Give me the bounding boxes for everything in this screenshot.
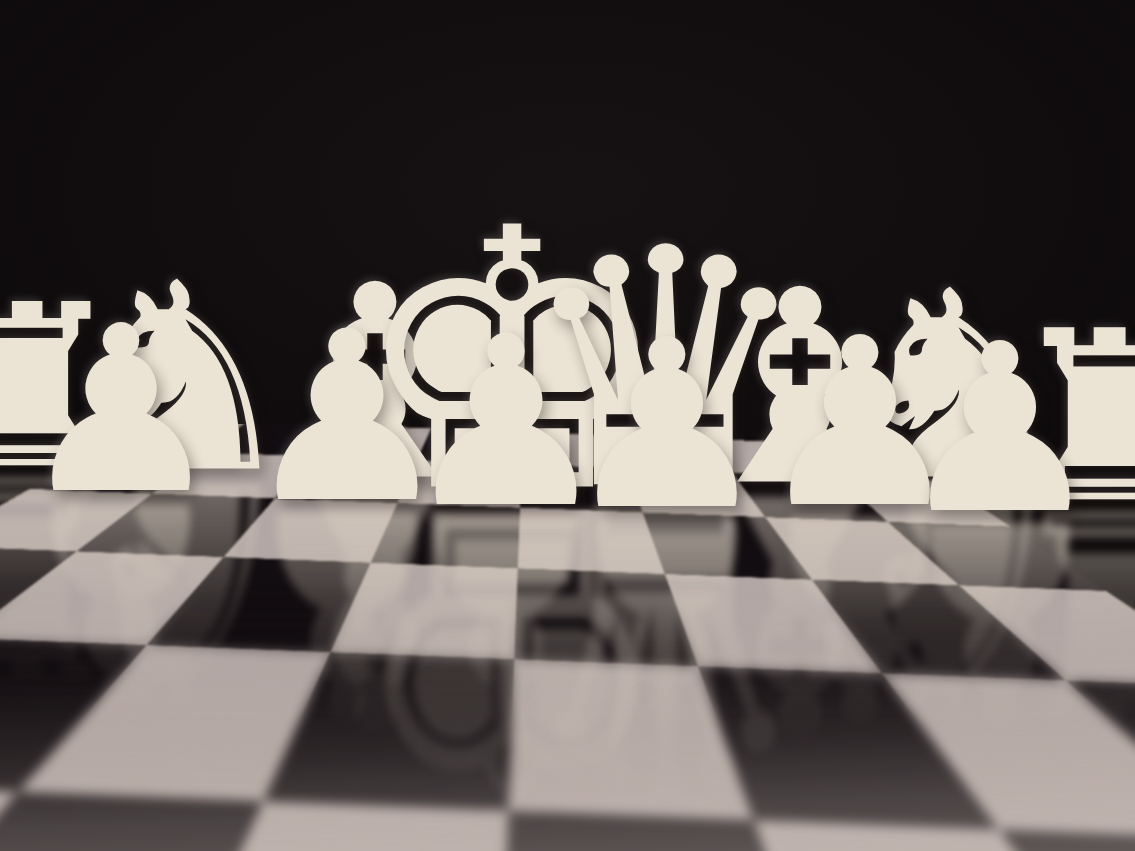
chessboard-defocus-layer	[0, 424, 1135, 851]
chessboard-blurred	[0, 424, 1135, 851]
board-square	[517, 508, 664, 574]
board-square	[397, 460, 521, 507]
board-square	[370, 503, 519, 568]
board-square	[416, 428, 522, 464]
board-square	[520, 464, 643, 512]
board-square	[0, 792, 263, 851]
board-square	[521, 432, 626, 469]
chess-photo-scene: ♜♜♞♞♝♝♚♚♛♛♝♝♞♞♜♜♟♟♟♟♟♟♟♟♟♟♟♟	[0, 0, 1135, 851]
chessboard-area	[0, 424, 1135, 851]
